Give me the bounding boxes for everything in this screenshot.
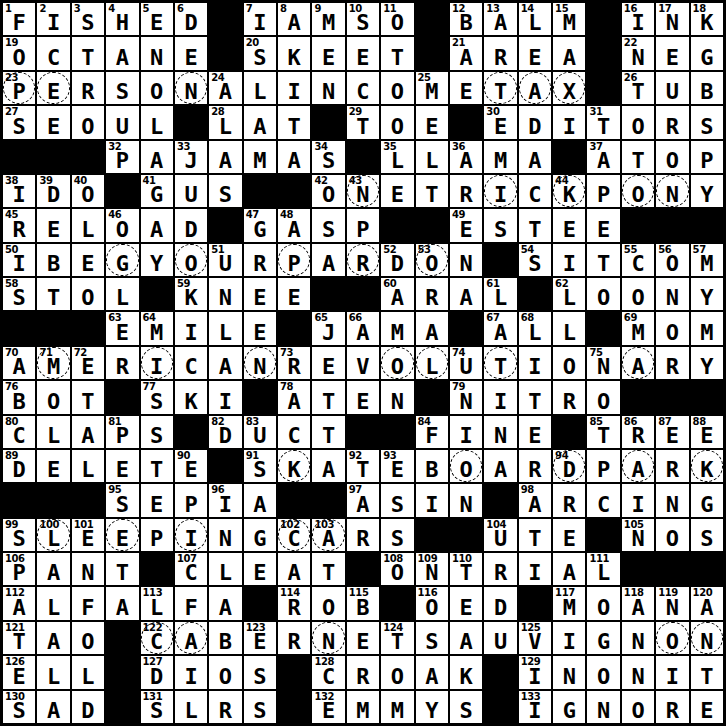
cell-r18c17[interactable]: 117M — [553, 587, 585, 619]
cell-r2c17[interactable]: A — [553, 37, 585, 69]
cell-r20c11[interactable]: R — [347, 656, 379, 688]
cell-r18c18[interactable]: O — [587, 587, 619, 619]
cell-r4c12[interactable]: O — [381, 106, 413, 138]
cell-r4c5[interactable]: L — [141, 106, 173, 138]
cell-r6c20[interactable]: N — [656, 175, 688, 207]
cell-r6c19[interactable]: O — [622, 175, 654, 207]
cell-r3c1[interactable]: 23P — [3, 72, 35, 104]
cell-r13c4[interactable]: 81P — [106, 416, 138, 448]
cell-r3c13[interactable]: 25M — [416, 72, 448, 104]
cell-r2c14[interactable]: 21A — [450, 37, 482, 69]
cell-r7c18[interactable]: E — [587, 209, 619, 241]
cell-r18c3[interactable]: F — [72, 587, 104, 619]
cell-r15c5[interactable]: E — [141, 484, 173, 516]
cell-r19c12[interactable]: 124T — [381, 622, 413, 654]
cell-r14c14[interactable]: O — [450, 450, 482, 482]
cell-r5c7[interactable]: A — [209, 141, 241, 173]
cell-r9c9[interactable]: E — [278, 278, 310, 310]
cell-r18c19[interactable]: 118A — [622, 587, 654, 619]
cell-r4c18[interactable]: 31T — [587, 106, 619, 138]
cell-r2c1[interactable]: 19O — [3, 37, 35, 69]
cell-r14c19[interactable]: A — [622, 450, 654, 482]
cell-r15c13[interactable]: I — [416, 484, 448, 516]
cell-r14c3[interactable]: L — [72, 450, 104, 482]
cell-r8c2[interactable]: B — [37, 244, 69, 276]
cell-r6c10[interactable]: 42O — [312, 175, 344, 207]
cell-r11c1[interactable]: 70A — [3, 347, 35, 379]
cell-r19c1[interactable]: 121T — [3, 622, 35, 654]
cell-r5c20[interactable]: O — [656, 141, 688, 173]
cell-r17c4[interactable]: T — [106, 553, 138, 585]
cell-r9c12[interactable]: 60A — [381, 278, 413, 310]
cell-r14c15[interactable]: A — [484, 450, 516, 482]
cell-r7c14[interactable]: 49E — [450, 209, 482, 241]
cell-r1c1[interactable]: 1F — [3, 3, 35, 35]
cell-r16c7[interactable]: N — [209, 519, 241, 551]
cell-r11c4[interactable]: R — [106, 347, 138, 379]
cell-r8c19[interactable]: 55C — [622, 244, 654, 276]
cell-r13c2[interactable]: L — [37, 416, 69, 448]
cell-r10c7[interactable]: L — [209, 312, 241, 344]
cell-r6c11[interactable]: 43N — [347, 175, 379, 207]
cell-r13c7[interactable]: 82D — [209, 416, 241, 448]
cell-r20c21[interactable]: T — [691, 656, 723, 688]
cell-r16c11[interactable]: R — [347, 519, 379, 551]
cell-r17c16[interactable]: I — [519, 553, 551, 585]
cell-r11c17[interactable]: O — [553, 347, 585, 379]
cell-r16c19[interactable]: 105N — [622, 519, 654, 551]
cell-r10c5[interactable]: 64M — [141, 312, 173, 344]
cell-r6c2[interactable]: 39D — [37, 175, 69, 207]
cell-r4c16[interactable]: D — [519, 106, 551, 138]
cell-r5c4[interactable]: 32P — [106, 141, 138, 173]
cell-r18c4[interactable]: A — [106, 587, 138, 619]
cell-r18c11[interactable]: 115B — [347, 587, 379, 619]
cell-r5c16[interactable]: A — [519, 141, 551, 173]
cell-r13c9[interactable]: C — [278, 416, 310, 448]
cell-r13c14[interactable]: I — [450, 416, 482, 448]
cell-r12c17[interactable]: R — [553, 381, 585, 413]
cell-r12c6[interactable]: K — [175, 381, 207, 413]
cell-r3c17[interactable]: X — [553, 72, 585, 104]
cell-r3c11[interactable]: C — [347, 72, 379, 104]
cell-r1c21[interactable]: 18K — [691, 3, 723, 35]
cell-r15c14[interactable]: N — [450, 484, 482, 516]
cell-r18c13[interactable]: 116O — [416, 587, 448, 619]
cell-r20c17[interactable]: N — [553, 656, 585, 688]
cell-r15c8[interactable]: A — [244, 484, 276, 516]
cell-r17c1[interactable]: 106P — [3, 553, 35, 585]
cell-r3c5[interactable]: O — [141, 72, 173, 104]
cell-r19c3[interactable]: O — [72, 622, 104, 654]
cell-r2c16[interactable]: E — [519, 37, 551, 69]
cell-r9c7[interactable]: N — [209, 278, 241, 310]
cell-r19c8[interactable]: 123E — [244, 622, 276, 654]
cell-r21c13[interactable]: Y — [416, 691, 448, 723]
cell-r4c20[interactable]: R — [656, 106, 688, 138]
cell-r20c12[interactable]: O — [381, 656, 413, 688]
cell-r16c20[interactable]: O — [656, 519, 688, 551]
cell-r11c2[interactable]: 71M — [37, 347, 69, 379]
cell-r18c20[interactable]: 119N — [656, 587, 688, 619]
cell-r14c5[interactable]: T — [141, 450, 173, 482]
cell-r19c11[interactable]: E — [347, 622, 379, 654]
cell-r13c3[interactable]: A — [72, 416, 104, 448]
cell-r13c13[interactable]: 84F — [416, 416, 448, 448]
cell-r12c12[interactable]: N — [381, 381, 413, 413]
cell-r16c3[interactable]: 101E — [72, 519, 104, 551]
cell-r21c18[interactable]: N — [587, 691, 619, 723]
cell-r4c13[interactable]: E — [416, 106, 448, 138]
cell-r18c1[interactable]: 112A — [3, 587, 35, 619]
cell-r11c11[interactable]: V — [347, 347, 379, 379]
cell-r6c16[interactable]: C — [519, 175, 551, 207]
cell-r21c21[interactable]: E — [691, 691, 723, 723]
cell-r11c18[interactable]: 75N — [587, 347, 619, 379]
cell-r8c11[interactable]: R — [347, 244, 379, 276]
cell-r12c11[interactable]: E — [347, 381, 379, 413]
cell-r16c8[interactable]: G — [244, 519, 276, 551]
cell-r9c4[interactable]: L — [106, 278, 138, 310]
cell-r1c14[interactable]: 12B — [450, 3, 482, 35]
cell-r17c8[interactable]: E — [244, 553, 276, 585]
cell-r15c6[interactable]: P — [175, 484, 207, 516]
cell-r6c6[interactable]: U — [175, 175, 207, 207]
cell-r4c1[interactable]: 27S — [3, 106, 35, 138]
cell-r18c6[interactable]: F — [175, 587, 207, 619]
cell-r9c17[interactable]: 62L — [553, 278, 585, 310]
cell-r8c5[interactable]: Y — [141, 244, 173, 276]
cell-r10c17[interactable]: L — [553, 312, 585, 344]
cell-r6c14[interactable]: R — [450, 175, 482, 207]
cell-r4c7[interactable]: 28L — [209, 106, 241, 138]
cell-r12c10[interactable]: T — [312, 381, 344, 413]
cell-r21c14[interactable]: S — [450, 691, 482, 723]
cell-r11c5[interactable]: I — [141, 347, 173, 379]
cell-r9c15[interactable]: 61L — [484, 278, 516, 310]
cell-r16c4[interactable]: E — [106, 519, 138, 551]
cell-r12c16[interactable]: T — [519, 381, 551, 413]
cell-r1c8[interactable]: 7I — [244, 3, 276, 35]
cell-r3c20[interactable]: U — [656, 72, 688, 104]
cell-r1c2[interactable]: 2I — [37, 3, 69, 35]
cell-r16c12[interactable]: S — [381, 519, 413, 551]
cell-r14c2[interactable]: E — [37, 450, 69, 482]
cell-r6c15[interactable]: I — [484, 175, 516, 207]
cell-r14c13[interactable]: B — [416, 450, 448, 482]
cell-r14c8[interactable]: 91S — [244, 450, 276, 482]
cell-r11c10[interactable]: E — [312, 347, 344, 379]
cell-r11c16[interactable]: I — [519, 347, 551, 379]
cell-r19c14[interactable]: A — [450, 622, 482, 654]
cell-r13c16[interactable]: E — [519, 416, 551, 448]
cell-r6c1[interactable]: 38I — [3, 175, 35, 207]
cell-r11c8[interactable]: N — [244, 347, 276, 379]
cell-r18c7[interactable]: A — [209, 587, 241, 619]
cell-r21c10[interactable]: 132E — [312, 691, 344, 723]
cell-r18c5[interactable]: 113L — [141, 587, 173, 619]
cell-r6c13[interactable]: T — [416, 175, 448, 207]
cell-r14c21[interactable]: K — [691, 450, 723, 482]
cell-r5c5[interactable]: A — [141, 141, 173, 173]
cell-r9c18[interactable]: O — [587, 278, 619, 310]
cell-r20c7[interactable]: O — [209, 656, 241, 688]
cell-r12c1[interactable]: 76B — [3, 381, 35, 413]
cell-r15c4[interactable]: 95S — [106, 484, 138, 516]
cell-r5c18[interactable]: 37A — [587, 141, 619, 173]
cell-r10c19[interactable]: 69M — [622, 312, 654, 344]
cell-r11c20[interactable]: R — [656, 347, 688, 379]
cell-r7c2[interactable]: E — [37, 209, 69, 241]
cell-r5c14[interactable]: 36A — [450, 141, 482, 173]
cell-r14c16[interactable]: R — [519, 450, 551, 482]
cell-r8c7[interactable]: 51U — [209, 244, 241, 276]
cell-r15c12[interactable]: S — [381, 484, 413, 516]
cell-r21c6[interactable]: L — [175, 691, 207, 723]
cell-r11c6[interactable]: C — [175, 347, 207, 379]
cell-r2c6[interactable]: E — [175, 37, 207, 69]
cell-r6c7[interactable]: S — [209, 175, 241, 207]
cell-r10c12[interactable]: M — [381, 312, 413, 344]
cell-r17c13[interactable]: 109N — [416, 553, 448, 585]
cell-r12c14[interactable]: 79N — [450, 381, 482, 413]
cell-r19c6[interactable]: A — [175, 622, 207, 654]
cell-r8c21[interactable]: 57M — [691, 244, 723, 276]
cell-r20c1[interactable]: 126E — [3, 656, 35, 688]
cell-r14c9[interactable]: K — [278, 450, 310, 482]
cell-r3c6[interactable]: N — [175, 72, 207, 104]
cell-r10c13[interactable]: A — [416, 312, 448, 344]
cell-r9c3[interactable]: O — [72, 278, 104, 310]
cell-r13c10[interactable]: T — [312, 416, 344, 448]
cell-r8c20[interactable]: 56O — [656, 244, 688, 276]
cell-r19c9[interactable]: R — [278, 622, 310, 654]
cell-r21c17[interactable]: G — [553, 691, 585, 723]
cell-r19c2[interactable]: A — [37, 622, 69, 654]
cell-r3c9[interactable]: I — [278, 72, 310, 104]
cell-r8c13[interactable]: 53O — [416, 244, 448, 276]
cell-r6c17[interactable]: 44K — [553, 175, 585, 207]
cell-r19c20[interactable]: O — [656, 622, 688, 654]
cell-r19c17[interactable]: I — [553, 622, 585, 654]
cell-r8c16[interactable]: 54S — [519, 244, 551, 276]
cell-r20c13[interactable]: A — [416, 656, 448, 688]
cell-r10c11[interactable]: 66A — [347, 312, 379, 344]
cell-r1c19[interactable]: 16I — [622, 3, 654, 35]
cell-r1c10[interactable]: 9M — [312, 3, 344, 35]
cell-r5c13[interactable]: L — [416, 141, 448, 173]
cell-r6c3[interactable]: 40O — [72, 175, 104, 207]
cell-r14c12[interactable]: 93E — [381, 450, 413, 482]
cell-r2c10[interactable]: E — [312, 37, 344, 69]
cell-r5c6[interactable]: 33J — [175, 141, 207, 173]
cell-r18c2[interactable]: L — [37, 587, 69, 619]
cell-r16c1[interactable]: 99S — [3, 519, 35, 551]
cell-r1c5[interactable]: 5E — [141, 3, 173, 35]
cell-r10c20[interactable]: O — [656, 312, 688, 344]
cell-r16c6[interactable]: I — [175, 519, 207, 551]
cell-r8c6[interactable]: O — [175, 244, 207, 276]
cell-r1c15[interactable]: 13A — [484, 3, 516, 35]
cell-r4c17[interactable]: I — [553, 106, 585, 138]
cell-r9c19[interactable]: O — [622, 278, 654, 310]
cell-r10c10[interactable]: 65J — [312, 312, 344, 344]
cell-r17c18[interactable]: 111L — [587, 553, 619, 585]
cell-r13c15[interactable]: N — [484, 416, 516, 448]
cell-r20c6[interactable]: I — [175, 656, 207, 688]
cell-r7c1[interactable]: 45R — [3, 209, 35, 241]
cell-r11c9[interactable]: 73R — [278, 347, 310, 379]
cell-r17c7[interactable]: L — [209, 553, 241, 585]
cell-r3c8[interactable]: L — [244, 72, 276, 104]
cell-r11c7[interactable]: A — [209, 347, 241, 379]
cell-r16c16[interactable]: T — [519, 519, 551, 551]
cell-r20c18[interactable]: O — [587, 656, 619, 688]
cell-r3c3[interactable]: R — [72, 72, 104, 104]
cell-r4c2[interactable]: E — [37, 106, 69, 138]
cell-r13c1[interactable]: 80C — [3, 416, 35, 448]
cell-r6c18[interactable]: P — [587, 175, 619, 207]
cell-r19c13[interactable]: S — [416, 622, 448, 654]
cell-r21c5[interactable]: 131S — [141, 691, 173, 723]
cell-r8c8[interactable]: R — [244, 244, 276, 276]
cell-r3c10[interactable]: N — [312, 72, 344, 104]
cell-r19c5[interactable]: 122C — [141, 622, 173, 654]
cell-r6c5[interactable]: 41G — [141, 175, 173, 207]
cell-r3c14[interactable]: E — [450, 72, 482, 104]
cell-r17c12[interactable]: 108O — [381, 553, 413, 585]
cell-r7c5[interactable]: A — [141, 209, 173, 241]
cell-r19c15[interactable]: U — [484, 622, 516, 654]
cell-r20c19[interactable]: N — [622, 656, 654, 688]
cell-r8c1[interactable]: 50I — [3, 244, 35, 276]
cell-r13c8[interactable]: 83U — [244, 416, 276, 448]
cell-r15c17[interactable]: R — [553, 484, 585, 516]
cell-r17c17[interactable]: A — [553, 553, 585, 585]
cell-r7c16[interactable]: T — [519, 209, 551, 241]
cell-r3c15[interactable]: T — [484, 72, 516, 104]
cell-r20c3[interactable]: L — [72, 656, 104, 688]
cell-r21c3[interactable]: D — [72, 691, 104, 723]
cell-r9c8[interactable]: E — [244, 278, 276, 310]
cell-r11c3[interactable]: 72E — [72, 347, 104, 379]
cell-r9c13[interactable]: R — [416, 278, 448, 310]
cell-r18c15[interactable]: D — [484, 587, 516, 619]
cell-r4c4[interactable]: U — [106, 106, 138, 138]
cell-r8c10[interactable]: A — [312, 244, 344, 276]
cell-r7c11[interactable]: P — [347, 209, 379, 241]
cell-r19c10[interactable]: N — [312, 622, 344, 654]
cell-r8c12[interactable]: 52D — [381, 244, 413, 276]
cell-r19c7[interactable]: B — [209, 622, 241, 654]
cell-r11c15[interactable]: T — [484, 347, 516, 379]
cell-r16c5[interactable]: P — [141, 519, 173, 551]
cell-r9c14[interactable]: A — [450, 278, 482, 310]
cell-r20c2[interactable]: L — [37, 656, 69, 688]
cell-r17c6[interactable]: 107C — [175, 553, 207, 585]
cell-r11c19[interactable]: A — [622, 347, 654, 379]
cell-r15c19[interactable]: I — [622, 484, 654, 516]
cell-r17c9[interactable]: A — [278, 553, 310, 585]
cell-r1c11[interactable]: 10S — [347, 3, 379, 35]
cell-r16c17[interactable]: E — [553, 519, 585, 551]
cell-r21c12[interactable]: M — [381, 691, 413, 723]
cell-r1c16[interactable]: 14L — [519, 3, 551, 35]
cell-r19c21[interactable]: N — [691, 622, 723, 654]
cell-r20c14[interactable]: K — [450, 656, 482, 688]
cell-r7c3[interactable]: L — [72, 209, 104, 241]
cell-r3c2[interactable]: E — [37, 72, 69, 104]
cell-r2c21[interactable]: G — [691, 37, 723, 69]
cell-r19c19[interactable]: N — [622, 622, 654, 654]
cell-r8c18[interactable]: T — [587, 244, 619, 276]
cell-r21c8[interactable]: S — [244, 691, 276, 723]
cell-r9c20[interactable]: N — [656, 278, 688, 310]
cell-r1c4[interactable]: 4H — [106, 3, 138, 35]
cell-r3c16[interactable]: A — [519, 72, 551, 104]
cell-r17c2[interactable]: A — [37, 553, 69, 585]
cell-r13c5[interactable]: S — [141, 416, 173, 448]
cell-r21c11[interactable]: M — [347, 691, 379, 723]
cell-r10c8[interactable]: E — [244, 312, 276, 344]
cell-r2c3[interactable]: T — [72, 37, 104, 69]
cell-r5c10[interactable]: 34S — [312, 141, 344, 173]
cell-r15c11[interactable]: 97A — [347, 484, 379, 516]
cell-r6c21[interactable]: Y — [691, 175, 723, 207]
cell-r10c21[interactable]: M — [691, 312, 723, 344]
cell-r1c6[interactable]: 6D — [175, 3, 207, 35]
cell-r1c17[interactable]: 15M — [553, 3, 585, 35]
cell-r3c21[interactable]: B — [691, 72, 723, 104]
cell-r15c16[interactable]: 98A — [519, 484, 551, 516]
cell-r7c8[interactable]: 47G — [244, 209, 276, 241]
cell-r21c7[interactable]: R — [209, 691, 241, 723]
cell-r3c19[interactable]: 26T — [622, 72, 654, 104]
cell-r2c11[interactable]: E — [347, 37, 379, 69]
cell-r13c18[interactable]: 85T — [587, 416, 619, 448]
cell-r8c3[interactable]: E — [72, 244, 104, 276]
cell-r19c16[interactable]: 125V — [519, 622, 551, 654]
cell-r15c18[interactable]: C — [587, 484, 619, 516]
cell-r12c5[interactable]: 77S — [141, 381, 173, 413]
cell-r14c10[interactable]: A — [312, 450, 344, 482]
cell-r2c12[interactable]: T — [381, 37, 413, 69]
cell-r14c11[interactable]: 92T — [347, 450, 379, 482]
cell-r2c15[interactable]: R — [484, 37, 516, 69]
cell-r2c9[interactable]: K — [278, 37, 310, 69]
cell-r12c18[interactable]: O — [587, 381, 619, 413]
cell-r13c20[interactable]: 87E — [656, 416, 688, 448]
cell-r2c19[interactable]: 22N — [622, 37, 654, 69]
cell-r8c14[interactable]: N — [450, 244, 482, 276]
cell-r5c8[interactable]: M — [244, 141, 276, 173]
cell-r17c3[interactable]: N — [72, 553, 104, 585]
cell-r4c19[interactable]: O — [622, 106, 654, 138]
cell-r1c9[interactable]: 8A — [278, 3, 310, 35]
cell-r10c15[interactable]: 67A — [484, 312, 516, 344]
cell-r20c16[interactable]: 129I — [519, 656, 551, 688]
cell-r3c4[interactable]: S — [106, 72, 138, 104]
cell-r21c1[interactable]: 130S — [3, 691, 35, 723]
cell-r2c5[interactable]: N — [141, 37, 173, 69]
cell-r21c20[interactable]: R — [656, 691, 688, 723]
cell-r16c21[interactable]: S — [691, 519, 723, 551]
cell-r9c2[interactable]: T — [37, 278, 69, 310]
cell-r14c6[interactable]: 90E — [175, 450, 207, 482]
cell-r14c1[interactable]: 89D — [3, 450, 35, 482]
cell-r20c5[interactable]: 127D — [141, 656, 173, 688]
cell-r5c19[interactable]: T — [622, 141, 654, 173]
